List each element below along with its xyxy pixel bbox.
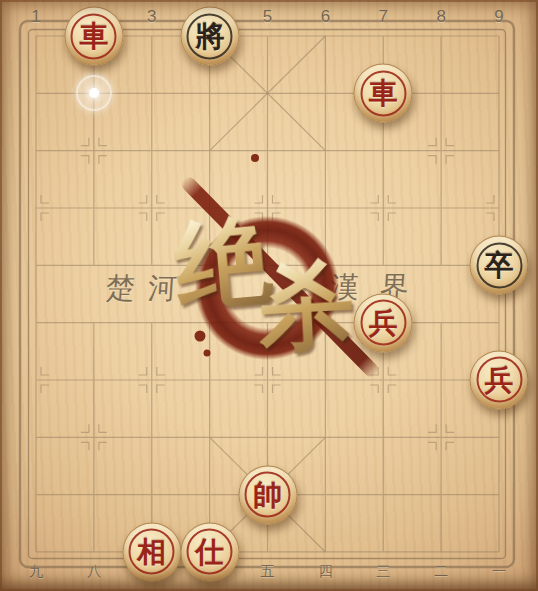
piece-character: 兵	[485, 365, 514, 394]
file-label-bottom-9: 一	[492, 563, 506, 581]
file-label-bottom-1: 九	[29, 563, 43, 581]
piece-red-general[interactable]: 帥	[238, 465, 297, 524]
last-move-indicator	[76, 75, 112, 111]
watermark-char-sha: 杀	[256, 256, 357, 357]
file-label-top-5: 5	[263, 7, 272, 27]
file-label-bottom-8: 二	[434, 563, 448, 581]
piece-red-chariot[interactable]: 車	[354, 64, 413, 123]
piece-character: 車	[79, 22, 108, 51]
piece-red-chariot[interactable]: 車	[64, 7, 123, 66]
file-label-bottom-2: 八	[87, 563, 101, 581]
piece-character: 卒	[485, 251, 514, 280]
file-label-bottom-7: 三	[376, 563, 390, 581]
file-label-bottom-6: 四	[318, 563, 332, 581]
piece-character: 將	[195, 22, 224, 51]
file-label-top-6: 6	[321, 7, 330, 27]
file-label-bottom-5: 五	[261, 563, 275, 581]
piece-red-soldier[interactable]: 兵	[354, 293, 413, 352]
piece-character: 仕	[195, 537, 224, 566]
piece-red-soldier[interactable]: 兵	[470, 350, 529, 409]
piece-black-soldier[interactable]: 卒	[470, 236, 529, 295]
piece-black-general[interactable]: 將	[180, 7, 239, 66]
piece-character: 帥	[253, 480, 282, 509]
file-label-top-8: 8	[436, 7, 445, 27]
xiangqi-app: 123456789 九八七六五四三二一 楚河 漢界 绝 杀 車將車卒兵兵帥相仕	[0, 0, 538, 591]
file-label-top-9: 9	[494, 7, 503, 27]
piece-character: 車	[369, 79, 398, 108]
piece-character: 相	[137, 537, 166, 566]
piece-character: 兵	[369, 308, 398, 337]
file-label-top-3: 3	[147, 7, 156, 27]
board-surface[interactable]: 123456789 九八七六五四三二一 楚河 漢界 绝 杀 車將車卒兵兵帥相仕	[0, 0, 538, 591]
piece-red-advisor[interactable]: 仕	[180, 522, 239, 581]
file-label-top-7: 7	[379, 7, 388, 27]
piece-red-elephant[interactable]: 相	[122, 522, 181, 581]
file-label-top-1: 1	[31, 7, 40, 27]
